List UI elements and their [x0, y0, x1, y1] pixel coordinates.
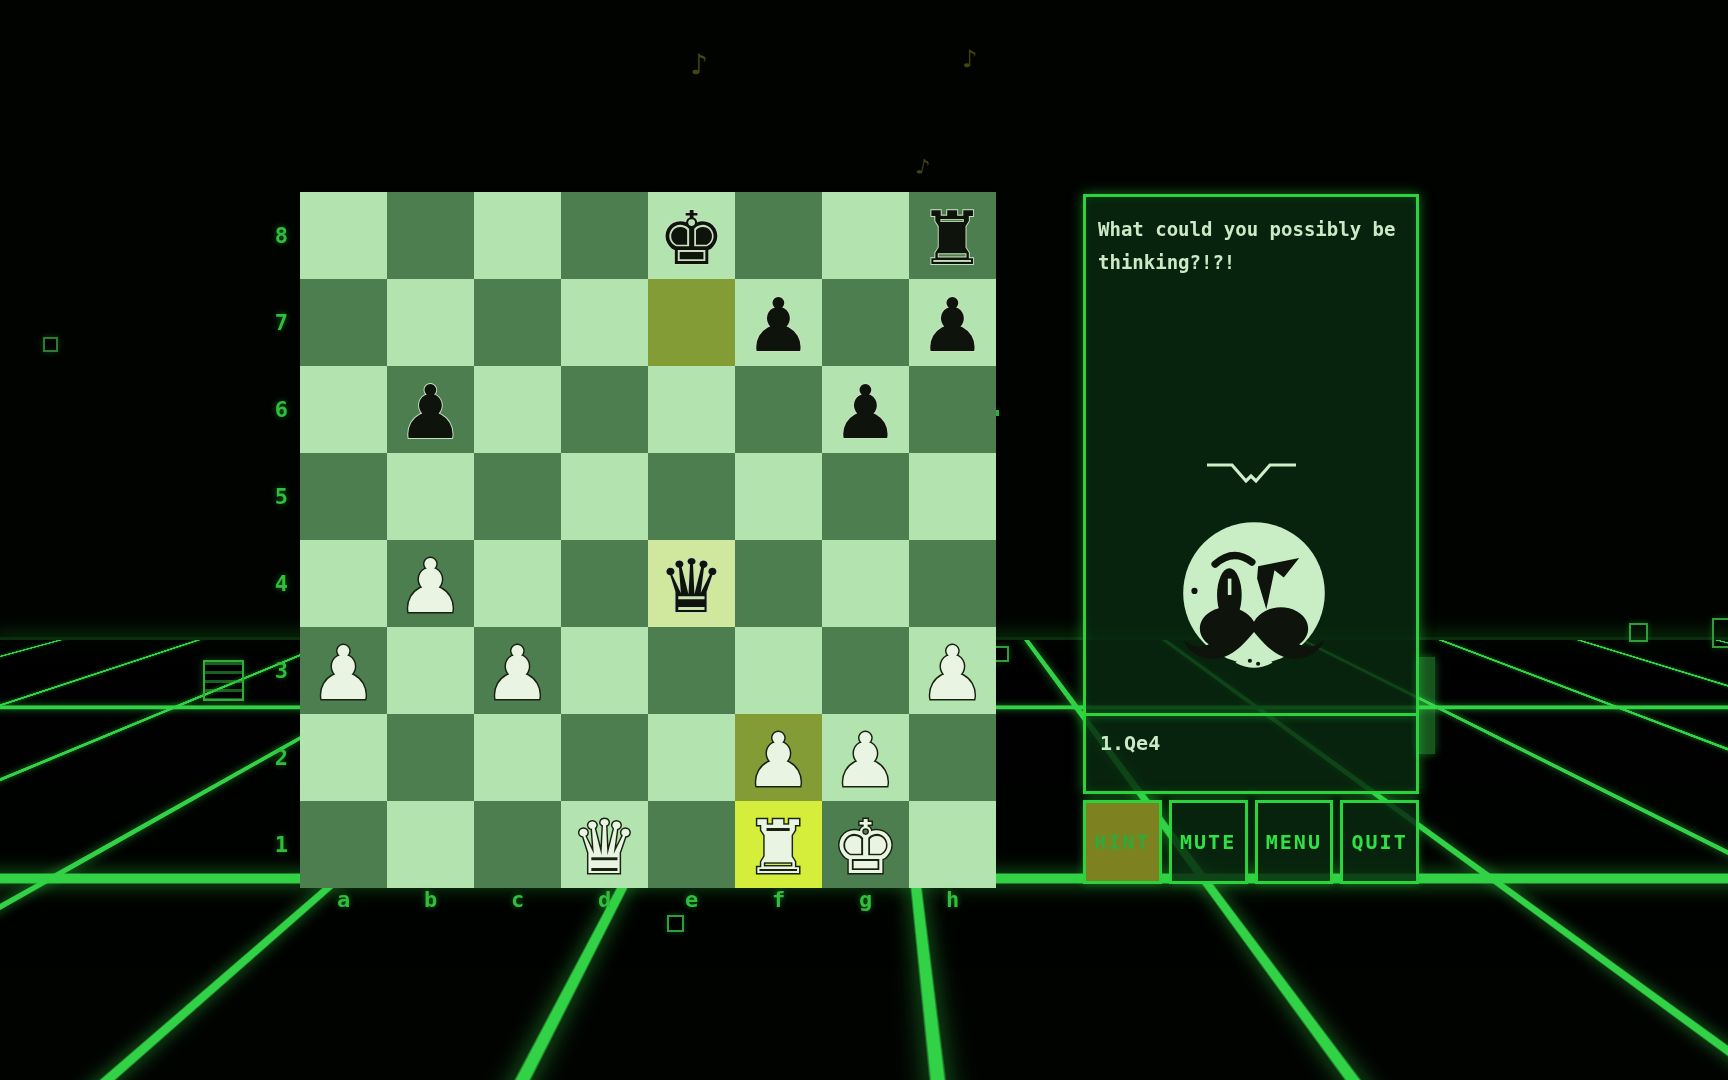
bot-face-icon: [1170, 517, 1338, 673]
square-d2[interactable]: [561, 714, 648, 801]
square-g6[interactable]: ♟: [822, 366, 909, 453]
square-b3[interactable]: [387, 627, 474, 714]
file-labels: abcdefgh: [300, 886, 996, 914]
svg-text:♟: ♟: [832, 369, 898, 453]
square-e8[interactable]: ♚: [648, 192, 735, 279]
square-f6[interactable]: [735, 366, 822, 453]
square-d7[interactable]: [561, 279, 648, 366]
square-c6[interactable]: [474, 366, 561, 453]
square-f1[interactable]: ♜: [735, 801, 822, 888]
music-note-icon: ♪: [914, 154, 932, 180]
square-d3[interactable]: [561, 627, 648, 714]
file-label-e: e: [648, 886, 735, 914]
svg-text:♟: ♟: [484, 630, 550, 714]
panel-divider: [1086, 713, 1416, 716]
square-b2[interactable]: [387, 714, 474, 801]
move-list: 1.Qe4: [1100, 731, 1160, 755]
square-a7[interactable]: [300, 279, 387, 366]
svg-text:♛: ♛: [571, 804, 637, 888]
rank-label-7: 7: [256, 279, 294, 366]
speech-text: What could you possibly be thinking?!?!: [1086, 197, 1416, 279]
square-b8[interactable]: [387, 192, 474, 279]
chess-board: ♚♜♟♟♟♟♟♛♟♟♟♟♟♛♜♚: [300, 192, 996, 888]
square-b1[interactable]: [387, 801, 474, 888]
square-e3[interactable]: [648, 627, 735, 714]
svg-text:♜: ♜: [919, 195, 985, 279]
file-label-b: b: [387, 886, 474, 914]
square-e1[interactable]: [648, 801, 735, 888]
rank-label-6: 6: [256, 366, 294, 453]
piece-wP-c3: ♟: [474, 627, 561, 714]
svg-text:♚: ♚: [832, 804, 898, 888]
piece-wP-a3: ♟: [300, 627, 387, 714]
square-a6[interactable]: [300, 366, 387, 453]
square-h2[interactable]: [909, 714, 996, 801]
piece-bR-h8: ♜: [909, 192, 996, 279]
square-c1[interactable]: [474, 801, 561, 888]
svg-text:♜: ♜: [745, 804, 811, 888]
piece-bP-f7: ♟: [735, 279, 822, 366]
svg-text:♟: ♟: [745, 717, 811, 801]
piece-wP-g2: ♟: [822, 714, 909, 801]
square-f5[interactable]: [735, 453, 822, 540]
file-label-h: h: [909, 886, 996, 914]
square-h3[interactable]: ♟: [909, 627, 996, 714]
square-e2[interactable]: [648, 714, 735, 801]
square-c8[interactable]: [474, 192, 561, 279]
quit-button[interactable]: QUIT: [1340, 800, 1419, 884]
square-a8[interactable]: [300, 192, 387, 279]
piece-bQ-e4: ♛: [648, 540, 735, 627]
square-particle: [1712, 618, 1728, 648]
square-a3[interactable]: ♟: [300, 627, 387, 714]
rank-label-2: 2: [256, 714, 294, 801]
square-c3[interactable]: ♟: [474, 627, 561, 714]
angry-brow-icon: [1204, 461, 1300, 485]
square-a5[interactable]: [300, 453, 387, 540]
music-note-icon: ♪: [690, 48, 708, 81]
square-a4[interactable]: [300, 540, 387, 627]
svg-text:♛: ♛: [658, 543, 724, 627]
piece-wQ-d1: ♛: [561, 801, 648, 888]
square-f8[interactable]: [735, 192, 822, 279]
music-note-icon: ♪: [962, 45, 977, 73]
menu-button[interactable]: MENU: [1255, 800, 1334, 884]
hint-button[interactable]: HINT: [1083, 800, 1162, 884]
piece-bP-b6: ♟: [387, 366, 474, 453]
square-c7[interactable]: [474, 279, 561, 366]
opponent-panel: What could you possibly be thinking?!?! …: [1083, 194, 1419, 794]
glow-rectangle-decoration: [1419, 657, 1435, 754]
square-e4[interactable]: ♛: [648, 540, 735, 627]
square-h8[interactable]: ♜: [909, 192, 996, 279]
svg-text:♟: ♟: [310, 630, 376, 714]
square-d4[interactable]: [561, 540, 648, 627]
square-particle: [1629, 623, 1648, 642]
piece-bP-g6: ♟: [822, 366, 909, 453]
piece-wR-f1: ♜: [735, 801, 822, 888]
square-f7[interactable]: ♟: [735, 279, 822, 366]
square-a1[interactable]: [300, 801, 387, 888]
piece-bK-e8: ♚: [648, 192, 735, 279]
square-c2[interactable]: [474, 714, 561, 801]
piece-wP-b4: ♟: [387, 540, 474, 627]
square-h4[interactable]: [909, 540, 996, 627]
square-g5[interactable]: [822, 453, 909, 540]
svg-text:♟: ♟: [397, 369, 463, 453]
mute-button[interactable]: MUTE: [1169, 800, 1248, 884]
square-particle: [43, 337, 58, 352]
square-d6[interactable]: [561, 366, 648, 453]
square-g3[interactable]: [822, 627, 909, 714]
svg-text:♚: ♚: [658, 195, 724, 279]
piece-wP-h3: ♟: [909, 627, 996, 714]
square-h6[interactable]: [909, 366, 996, 453]
rank-label-4: 4: [256, 540, 294, 627]
file-label-g: g: [822, 886, 909, 914]
piece-wK-g1: ♚: [822, 801, 909, 888]
square-g4[interactable]: [822, 540, 909, 627]
square-g1[interactable]: ♚: [822, 801, 909, 888]
square-f4[interactable]: [735, 540, 822, 627]
file-label-c: c: [474, 886, 561, 914]
rank-label-3: 3: [256, 627, 294, 714]
rank-label-8: 8: [256, 192, 294, 279]
square-h1[interactable]: [909, 801, 996, 888]
square-f3[interactable]: [735, 627, 822, 714]
file-label-f: f: [735, 886, 822, 914]
square-particle: [667, 915, 684, 932]
square-g8[interactable]: [822, 192, 909, 279]
square-d8[interactable]: [561, 192, 648, 279]
square-g7[interactable]: [822, 279, 909, 366]
square-h7[interactable]: ♟: [909, 279, 996, 366]
svg-text:♟: ♟: [919, 630, 985, 714]
square-e5[interactable]: [648, 453, 735, 540]
piece-wP-f2: ♟: [735, 714, 822, 801]
svg-text:♟: ♟: [832, 717, 898, 801]
rank-label-5: 5: [256, 453, 294, 540]
file-label-d: d: [561, 886, 648, 914]
piece-bP-h7: ♟: [909, 279, 996, 366]
square-b5[interactable]: [387, 453, 474, 540]
striped-square-decoration: [203, 660, 244, 701]
square-c4[interactable]: [474, 540, 561, 627]
square-d5[interactable]: [561, 453, 648, 540]
square-e6[interactable]: [648, 366, 735, 453]
square-h5[interactable]: [909, 453, 996, 540]
square-b4[interactable]: ♟: [387, 540, 474, 627]
square-d1[interactable]: ♛: [561, 801, 648, 888]
square-b6[interactable]: ♟: [387, 366, 474, 453]
file-label-a: a: [300, 886, 387, 914]
rank-labels: 87654321: [256, 192, 294, 888]
svg-text:♟: ♟: [919, 282, 985, 366]
rank-label-1: 1: [256, 801, 294, 888]
button-row: HINT MUTE MENU QUIT: [1083, 800, 1419, 884]
square-b7[interactable]: [387, 279, 474, 366]
svg-text:♟: ♟: [745, 282, 811, 366]
square-e7[interactable]: [648, 279, 735, 366]
svg-text:♟: ♟: [397, 543, 463, 627]
square-c5[interactable]: [474, 453, 561, 540]
square-f2[interactable]: ♟: [735, 714, 822, 801]
game-scene: ♪ ♪ ♪ 87654321 ♚♜♟♟♟♟♟♛♟♟♟♟♟♛♜♚ abcdefgh…: [0, 0, 1728, 1080]
square-a2[interactable]: [300, 714, 387, 801]
square-g2[interactable]: ♟: [822, 714, 909, 801]
